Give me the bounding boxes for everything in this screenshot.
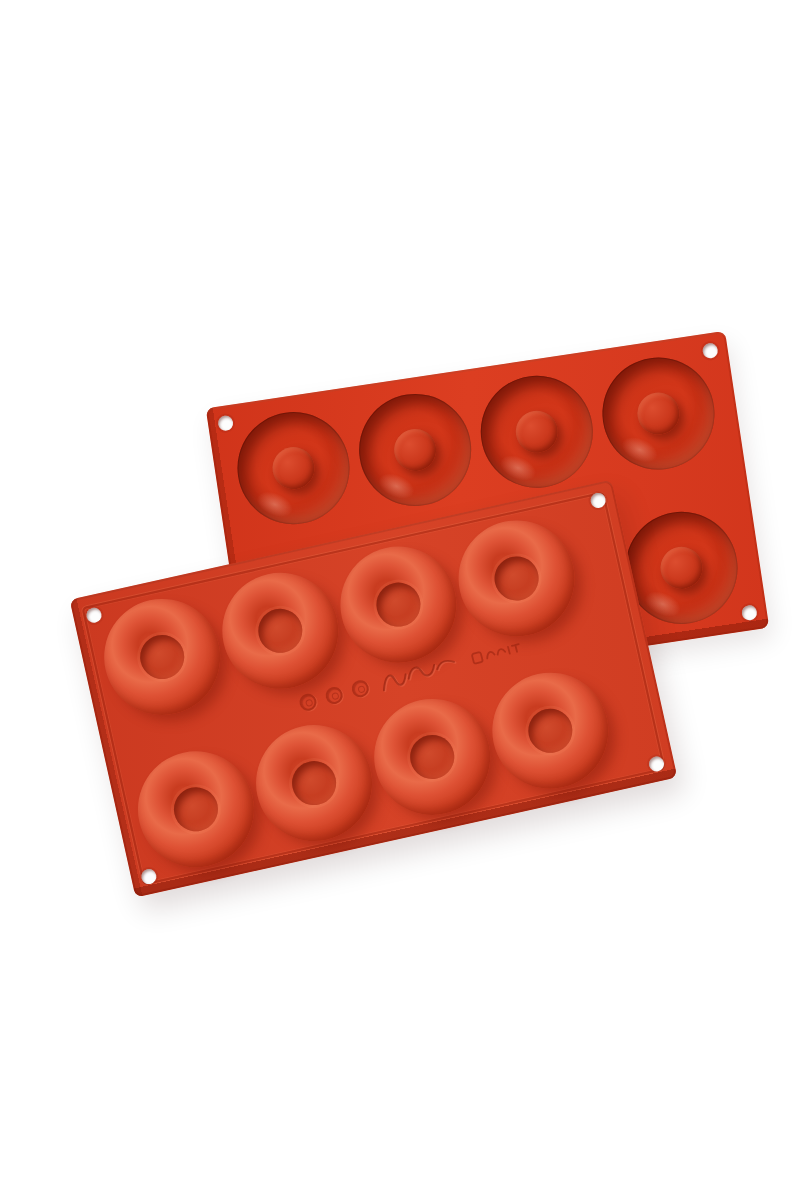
- donut-bump: [363, 688, 501, 826]
- donut-bump: [481, 662, 619, 800]
- donut-bump: [93, 588, 231, 726]
- donut-bump: [447, 509, 585, 647]
- donut-cavity: [473, 368, 600, 495]
- cavity-center-post: [270, 444, 318, 492]
- donut-cavity: [595, 350, 722, 477]
- donut-cavity: [230, 404, 357, 531]
- donut-bump: [127, 740, 265, 878]
- donut-bump: [245, 714, 383, 852]
- bump-crater: [406, 731, 458, 783]
- cavity-center-post: [391, 426, 439, 474]
- donut-bump: [329, 535, 467, 673]
- cavity-center-post: [635, 390, 683, 438]
- donut-cavity: [351, 386, 478, 513]
- cavity-sheen-highlight: [375, 469, 419, 505]
- cavity-sheen-highlight: [253, 487, 297, 523]
- cavity-sheen-highlight: [618, 432, 662, 468]
- bump-crater: [372, 578, 424, 630]
- bump-crater: [524, 704, 576, 756]
- bump-crater: [288, 757, 340, 809]
- bump-crater: [254, 605, 306, 657]
- front-mold: [70, 480, 678, 898]
- product-photo: [0, 0, 800, 1200]
- cavity-center-post: [513, 408, 561, 456]
- front-mold-bump-area: [70, 480, 678, 898]
- donut-bump: [211, 562, 349, 700]
- cavity-sheen-highlight: [497, 451, 541, 487]
- bump-crater: [170, 783, 222, 835]
- cavity-center-post: [658, 544, 706, 592]
- cavity-sheen-highlight: [641, 587, 685, 623]
- bump-crater: [136, 631, 188, 683]
- bump-crater: [490, 552, 542, 604]
